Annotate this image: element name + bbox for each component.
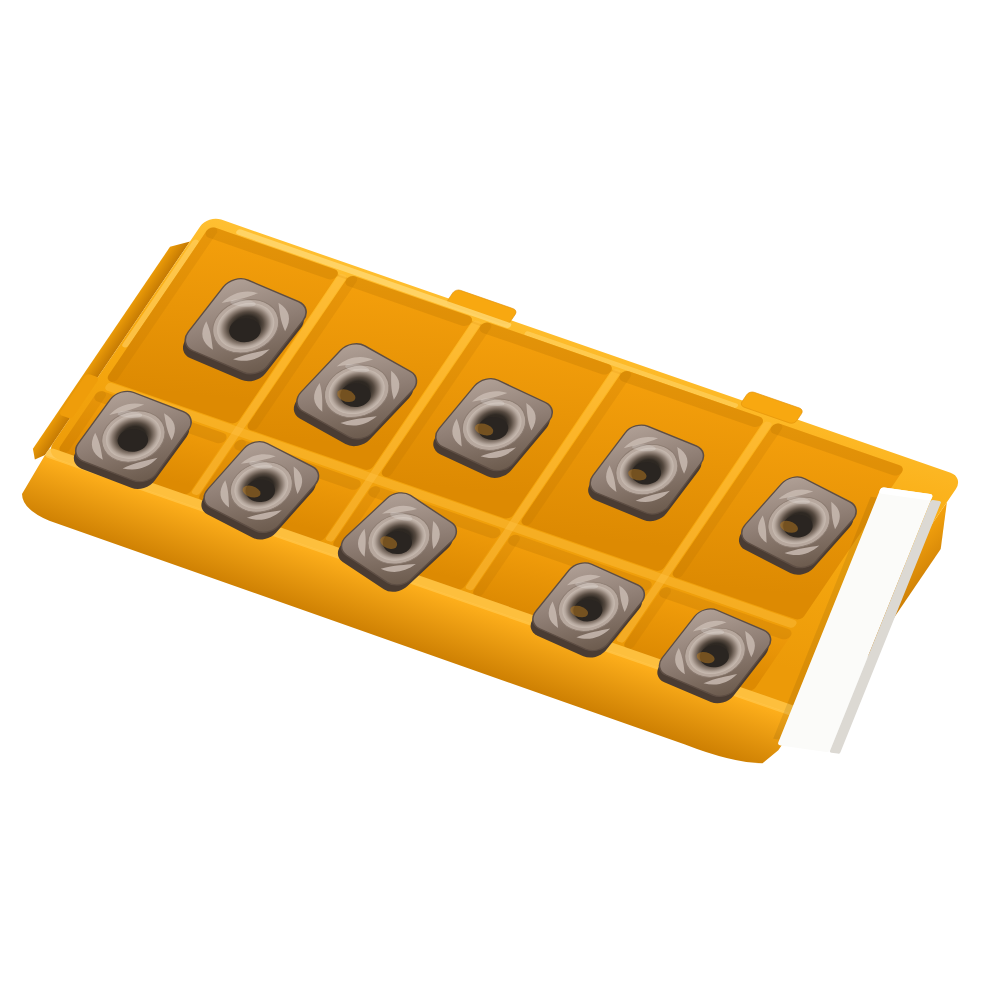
insert-case-illustration (0, 0, 1001, 1001)
insert-case (0, 200, 1001, 790)
product-photo (0, 0, 1001, 1001)
